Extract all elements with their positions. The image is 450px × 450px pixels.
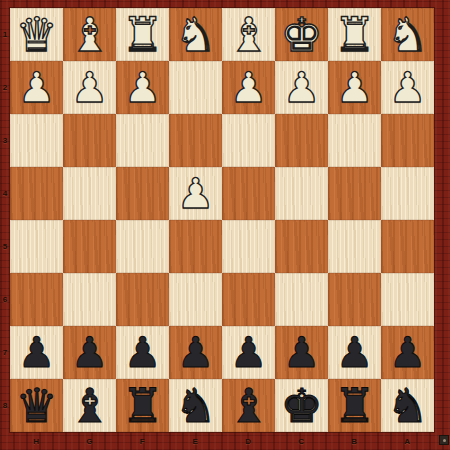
square-e2[interactable] — [169, 61, 222, 114]
rank-label-2: 2 — [0, 61, 10, 114]
square-d1[interactable]: ♝ — [222, 8, 275, 61]
board-corner-button[interactable] — [439, 435, 449, 445]
piece-black-pawn[interactable]: ♟ — [222, 326, 275, 379]
square-f3[interactable] — [116, 114, 169, 167]
square-h8[interactable]: ♛ — [10, 379, 63, 432]
file-label-e: E — [169, 434, 222, 448]
piece-white-pawn[interactable]: ♟ — [63, 61, 116, 114]
rank-label-3: 3 — [0, 114, 10, 167]
square-e1[interactable]: ♞ — [169, 8, 222, 61]
square-e5[interactable] — [169, 220, 222, 273]
square-a2[interactable]: ♟ — [381, 61, 434, 114]
square-g6[interactable] — [63, 273, 116, 326]
square-b4[interactable] — [328, 167, 381, 220]
square-c1[interactable]: ♚ — [275, 8, 328, 61]
square-e8[interactable]: ♞ — [169, 379, 222, 432]
square-b8[interactable]: ♜ — [328, 379, 381, 432]
square-e4[interactable]: ♟ — [169, 167, 222, 220]
square-a3[interactable] — [381, 114, 434, 167]
chess-board-window: ♛♝♜♞♝♚♜♞♟♟♟♟♟♟♟♟♟♟♟♟♟♟♟♟♛♝♜♞♝♚♜♞ 1234567… — [0, 0, 450, 450]
rank-labels: 12345678 — [0, 8, 10, 432]
square-c8[interactable]: ♚ — [275, 379, 328, 432]
piece-black-pawn[interactable]: ♟ — [10, 326, 63, 379]
square-b7[interactable]: ♟ — [328, 326, 381, 379]
square-e6[interactable] — [169, 273, 222, 326]
square-g4[interactable] — [63, 167, 116, 220]
square-h5[interactable] — [10, 220, 63, 273]
square-a1[interactable]: ♞ — [381, 8, 434, 61]
rank-label-1: 1 — [0, 8, 10, 61]
piece-white-knight[interactable]: ♞ — [381, 8, 434, 61]
piece-white-pawn[interactable]: ♟ — [328, 61, 381, 114]
square-g3[interactable] — [63, 114, 116, 167]
piece-white-bishop[interactable]: ♝ — [63, 8, 116, 61]
square-a7[interactable]: ♟ — [381, 326, 434, 379]
piece-black-king[interactable]: ♚ — [275, 379, 328, 432]
piece-black-pawn[interactable]: ♟ — [63, 326, 116, 379]
piece-white-pawn[interactable]: ♟ — [169, 167, 222, 220]
file-label-f: F — [116, 434, 169, 448]
file-label-g: G — [63, 434, 116, 448]
piece-black-pawn[interactable]: ♟ — [381, 326, 434, 379]
rank-label-6: 6 — [0, 273, 10, 326]
square-g2[interactable]: ♟ — [63, 61, 116, 114]
file-label-c: C — [275, 434, 328, 448]
file-labels: HGFEDCBA — [10, 434, 434, 448]
square-c6[interactable] — [275, 273, 328, 326]
square-b3[interactable] — [328, 114, 381, 167]
piece-white-knight[interactable]: ♞ — [169, 8, 222, 61]
square-d5[interactable] — [222, 220, 275, 273]
piece-black-pawn[interactable]: ♟ — [275, 326, 328, 379]
square-h2[interactable]: ♟ — [10, 61, 63, 114]
piece-black-rook[interactable]: ♜ — [328, 379, 381, 432]
file-label-h: H — [10, 434, 63, 448]
piece-black-pawn[interactable]: ♟ — [169, 326, 222, 379]
square-a4[interactable] — [381, 167, 434, 220]
square-f8[interactable]: ♜ — [116, 379, 169, 432]
square-g8[interactable]: ♝ — [63, 379, 116, 432]
square-d3[interactable] — [222, 114, 275, 167]
piece-black-pawn[interactable]: ♟ — [328, 326, 381, 379]
square-f7[interactable]: ♟ — [116, 326, 169, 379]
square-c3[interactable] — [275, 114, 328, 167]
chess-board: ♛♝♜♞♝♚♜♞♟♟♟♟♟♟♟♟♟♟♟♟♟♟♟♟♛♝♜♞♝♚♜♞ — [10, 8, 434, 432]
square-c4[interactable] — [275, 167, 328, 220]
piece-white-rook[interactable]: ♜ — [116, 8, 169, 61]
square-b6[interactable] — [328, 273, 381, 326]
square-f1[interactable]: ♜ — [116, 8, 169, 61]
file-label-b: B — [328, 434, 381, 448]
square-b1[interactable]: ♜ — [328, 8, 381, 61]
corner-dot-icon — [443, 439, 446, 442]
square-f2[interactable]: ♟ — [116, 61, 169, 114]
square-c5[interactable] — [275, 220, 328, 273]
square-d2[interactable]: ♟ — [222, 61, 275, 114]
square-d4[interactable] — [222, 167, 275, 220]
rank-label-7: 7 — [0, 326, 10, 379]
square-b2[interactable]: ♟ — [328, 61, 381, 114]
piece-black-knight[interactable]: ♞ — [381, 379, 434, 432]
square-f4[interactable] — [116, 167, 169, 220]
piece-white-king[interactable]: ♚ — [275, 8, 328, 61]
piece-black-pawn[interactable]: ♟ — [116, 326, 169, 379]
piece-white-pawn[interactable]: ♟ — [275, 61, 328, 114]
piece-black-rook[interactable]: ♜ — [116, 379, 169, 432]
square-d6[interactable] — [222, 273, 275, 326]
square-c7[interactable]: ♟ — [275, 326, 328, 379]
rank-label-8: 8 — [0, 379, 10, 432]
file-label-d: D — [222, 434, 275, 448]
piece-black-knight[interactable]: ♞ — [169, 379, 222, 432]
square-e3[interactable] — [169, 114, 222, 167]
piece-white-pawn[interactable]: ♟ — [222, 61, 275, 114]
file-label-a: A — [381, 434, 434, 448]
square-f5[interactable] — [116, 220, 169, 273]
square-b5[interactable] — [328, 220, 381, 273]
square-a6[interactable] — [381, 273, 434, 326]
square-g1[interactable]: ♝ — [63, 8, 116, 61]
piece-white-rook[interactable]: ♜ — [328, 8, 381, 61]
square-h7[interactable]: ♟ — [10, 326, 63, 379]
piece-black-queen[interactable]: ♛ — [10, 379, 63, 432]
piece-white-bishop[interactable]: ♝ — [222, 8, 275, 61]
square-c2[interactable]: ♟ — [275, 61, 328, 114]
rank-label-5: 5 — [0, 220, 10, 273]
square-h3[interactable] — [10, 114, 63, 167]
square-h1[interactable]: ♛ — [10, 8, 63, 61]
square-g5[interactable] — [63, 220, 116, 273]
piece-white-queen[interactable]: ♛ — [10, 8, 63, 61]
square-a8[interactable]: ♞ — [381, 379, 434, 432]
piece-white-pawn[interactable]: ♟ — [381, 61, 434, 114]
rank-label-4: 4 — [0, 167, 10, 220]
square-h4[interactable] — [10, 167, 63, 220]
square-g7[interactable]: ♟ — [63, 326, 116, 379]
square-f6[interactable] — [116, 273, 169, 326]
piece-white-pawn[interactable]: ♟ — [10, 61, 63, 114]
piece-black-bishop[interactable]: ♝ — [63, 379, 116, 432]
square-d7[interactable]: ♟ — [222, 326, 275, 379]
square-e7[interactable]: ♟ — [169, 326, 222, 379]
square-d8[interactable]: ♝ — [222, 379, 275, 432]
square-h6[interactable] — [10, 273, 63, 326]
piece-black-bishop[interactable]: ♝ — [222, 379, 275, 432]
piece-white-pawn[interactable]: ♟ — [116, 61, 169, 114]
square-a5[interactable] — [381, 220, 434, 273]
